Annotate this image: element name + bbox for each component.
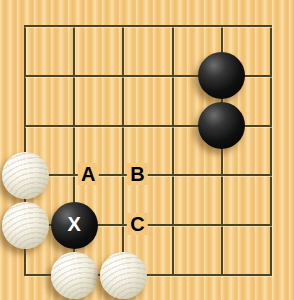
white-stone[interactable] xyxy=(2,202,49,249)
black-stone[interactable]: X xyxy=(51,202,98,249)
grid-line-vertical xyxy=(172,25,174,276)
white-stone[interactable] xyxy=(51,252,98,299)
grid-line-horizontal xyxy=(24,25,272,27)
black-stone[interactable] xyxy=(198,102,245,149)
go-board[interactable]: XABC xyxy=(0,0,294,300)
white-stone[interactable] xyxy=(2,152,49,199)
black-stone[interactable] xyxy=(198,52,245,99)
point-label-b[interactable]: B xyxy=(127,163,147,185)
point-label-c[interactable]: C xyxy=(127,213,147,235)
grid-line-vertical xyxy=(122,25,124,276)
white-stone[interactable] xyxy=(100,252,147,299)
grid-line-vertical xyxy=(270,25,272,276)
grid-line-horizontal xyxy=(24,174,272,176)
stone-mark-x: X xyxy=(68,214,81,234)
point-label-a[interactable]: A xyxy=(78,163,98,185)
go-board-diagram: XABC xyxy=(0,0,294,300)
